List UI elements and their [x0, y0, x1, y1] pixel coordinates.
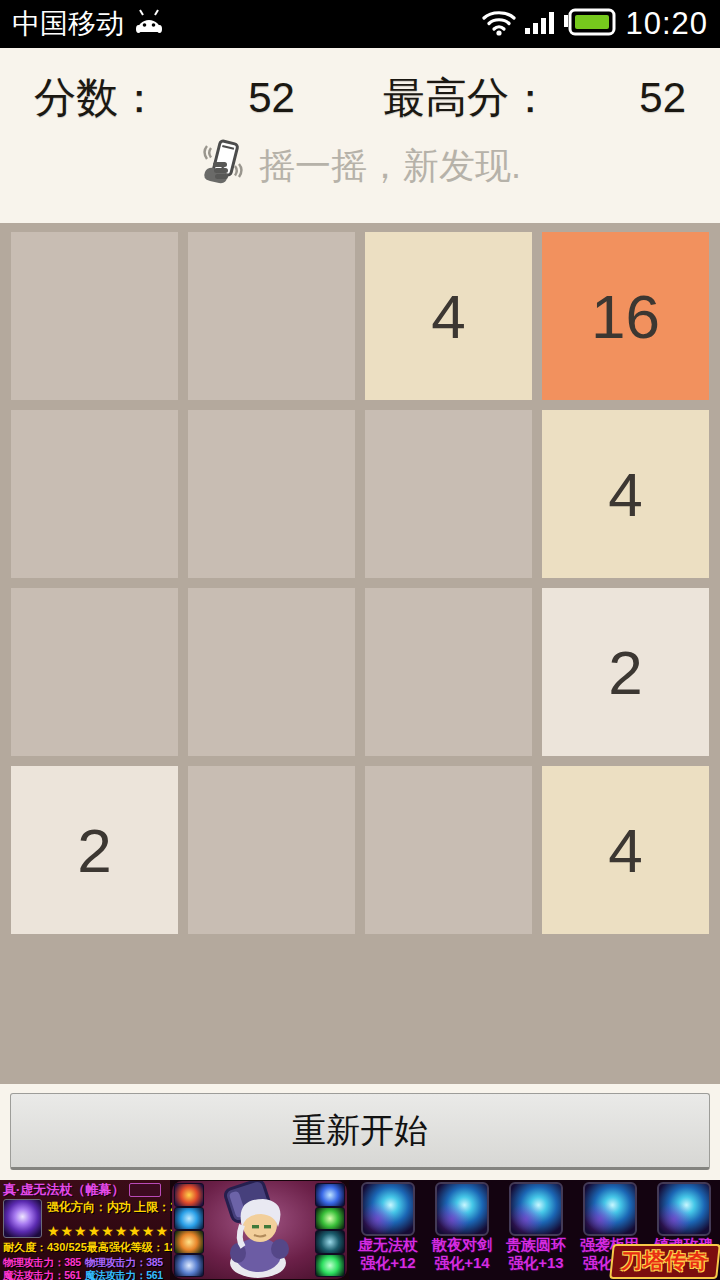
ad-item-icon — [435, 1182, 489, 1236]
ad-stars: ★★★★★★★★★★ — [47, 1224, 184, 1238]
wifi-icon — [481, 8, 517, 40]
ad-item-icon — [361, 1182, 415, 1236]
score-row: 分数： 52 最高分： 52 — [0, 48, 720, 126]
empty-cell — [188, 766, 355, 934]
empty-cell — [365, 766, 532, 934]
ad-stat-line: 物理攻击力：385 — [85, 1256, 167, 1269]
tile-2-r3c4: 2 — [542, 588, 709, 756]
ad-durability: 耐久度：430/525 — [3, 1240, 87, 1255]
empty-cell — [11, 232, 178, 400]
best-label: 最高分： — [383, 70, 551, 126]
ad-item-icon — [583, 1182, 637, 1236]
tile-2-r4c1: 2 — [11, 766, 178, 934]
status-bar: 中国移动 — [0, 0, 720, 48]
ad-stat-line: 物理攻击力：385 — [3, 1256, 85, 1269]
carrier-label: 中国移动 — [12, 5, 124, 43]
ad-item-icon — [509, 1182, 563, 1236]
ad-item[interactable]: 虚无法杖强化+12 — [351, 1182, 425, 1280]
empty-cell — [188, 588, 355, 756]
ad-item-enhance: 强化+12 — [360, 1254, 415, 1272]
ad-item-icon — [657, 1182, 711, 1236]
battery-icon — [563, 7, 617, 41]
ad-item-stats-panel: 真·虚无法杖（帷幕） 强化方向：内功 上限：20 ★★★★★★★★★★ 耐久度：… — [0, 1180, 170, 1280]
score-value: 52 — [248, 74, 295, 122]
tile-4-r2c4: 4 — [542, 410, 709, 578]
ad-enhance-line: 强化方向：内功 上限：20 — [47, 1199, 184, 1216]
empty-cell — [188, 410, 355, 578]
ad-items-row[interactable]: 虚无法杖强化+12散夜对剑强化+14贵族圆环强化+13强袭板甲强化+11镇魂玫瑰… — [349, 1180, 720, 1280]
equip-slot-icon — [315, 1207, 345, 1231]
empty-cell — [188, 232, 355, 400]
empty-cell — [365, 410, 532, 578]
equip-slot-icon — [315, 1230, 345, 1254]
board-grid[interactable]: 4164224 — [11, 232, 709, 934]
ad-stats-left: 物理攻击力：385魔法攻击力：561[炼神]智力+17[担曝]硬直+9[龟寿]血… — [3, 1256, 85, 1280]
equip-slot-column-right — [315, 1183, 345, 1277]
hero-character-icon — [200, 1181, 318, 1280]
ad-item-title: 真·虚无法杖（帷幕） — [3, 1181, 124, 1199]
empty-cell — [365, 588, 532, 756]
score-header: 分数： 52 最高分： 52 — [0, 48, 720, 223]
game-board[interactable]: 4164224 — [0, 223, 720, 1084]
equip-slot-icon — [315, 1183, 345, 1207]
equip-slot-icon — [315, 1254, 345, 1278]
ad-item-enhance: 强化+13 — [508, 1254, 563, 1272]
restart-button[interactable]: 重新开始 — [10, 1093, 710, 1170]
empty-cell — [11, 588, 178, 756]
shake-text: 摇一摇，新发现. — [259, 142, 521, 191]
signal-icon — [525, 8, 555, 40]
empty-cell — [11, 410, 178, 578]
ad-banner[interactable]: 真·虚无法杖（帷幕） 强化方向：内功 上限：20 ★★★★★★★★★★ 耐久度：… — [0, 1180, 720, 1280]
shake-phone-icon — [199, 138, 247, 195]
ad-item-enhance: 强化+14 — [434, 1254, 489, 1272]
clock: 10:20 — [625, 6, 708, 42]
android-icon — [134, 8, 164, 40]
ad-item-name: 虚无法杖 — [358, 1236, 418, 1254]
ad-equip-icon — [3, 1199, 42, 1238]
ad-stat-line: 魔法攻击力：561 — [3, 1269, 85, 1280]
tile-16-r1c4: 16 — [542, 232, 709, 400]
ad-item-name: 贵族圆环 — [506, 1236, 566, 1254]
ad-mini-button[interactable] — [129, 1183, 161, 1197]
tile-4-r1c3: 4 — [365, 232, 532, 400]
score-label: 分数： — [34, 70, 160, 126]
ad-hero-panel — [172, 1181, 347, 1279]
ad-max-enhance: 最高强化等级：12 — [87, 1240, 176, 1255]
ad-stats-right: 物理攻击力：385魔法攻击力：561[炼神]智力+17[担曝]硬直+9[躯体]闪… — [85, 1256, 167, 1280]
ad-game-logo: 刀塔传奇 — [609, 1244, 720, 1279]
app-screen: 中国移动 — [0, 0, 720, 1280]
best-value: 52 — [639, 74, 686, 122]
ad-item[interactable]: 散夜对剑强化+14 — [425, 1182, 499, 1280]
ad-item[interactable]: 贵族圆环强化+13 — [499, 1182, 573, 1280]
tile-4-r4c4: 4 — [542, 766, 709, 934]
shake-hint[interactable]: 摇一摇，新发现. — [0, 138, 720, 195]
ad-stat-line: 魔法攻击力：561 — [85, 1269, 167, 1280]
ad-item-name: 散夜对剑 — [432, 1236, 492, 1254]
